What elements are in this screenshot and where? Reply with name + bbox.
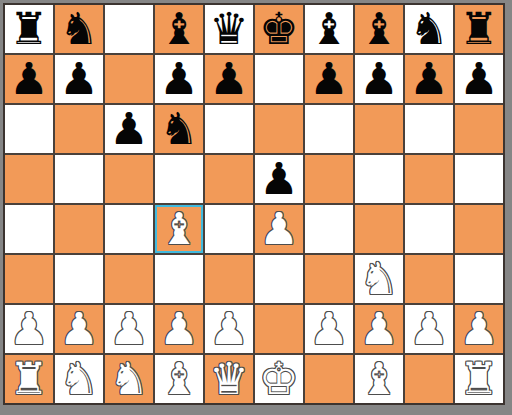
square-g4[interactable] — [305, 205, 353, 253]
square-e3[interactable] — [205, 255, 253, 303]
square-c7[interactable] — [105, 55, 153, 103]
white-pawn-icon: ♟ — [359, 305, 398, 353]
square-e8[interactable]: ♛ — [205, 5, 253, 53]
square-h8[interactable]: ♝ — [355, 5, 403, 53]
square-h4[interactable] — [355, 205, 403, 253]
black-knight-icon: ♞ — [159, 105, 198, 153]
white-bishop-icon: ♝ — [359, 355, 398, 403]
black-pawn-icon: ♟ — [59, 55, 98, 103]
black-pawn-icon: ♟ — [209, 55, 248, 103]
white-king-icon: ♚ — [259, 355, 298, 403]
square-h2[interactable]: ♟ — [355, 305, 403, 353]
square-a6[interactable] — [5, 105, 53, 153]
square-i7[interactable]: ♟ — [405, 55, 453, 103]
square-j2[interactable]: ♟ — [455, 305, 503, 353]
white-knight-icon: ♞ — [59, 355, 98, 403]
white-pawn-icon: ♟ — [9, 305, 48, 353]
black-knight-icon: ♞ — [409, 5, 448, 53]
black-bishop-icon: ♝ — [359, 5, 398, 53]
square-c4[interactable] — [105, 205, 153, 253]
white-pawn-icon: ♟ — [259, 205, 298, 253]
white-pawn-icon: ♟ — [109, 305, 148, 353]
square-j5[interactable] — [455, 155, 503, 203]
square-e2[interactable]: ♟ — [205, 305, 253, 353]
square-j6[interactable] — [455, 105, 503, 153]
square-a3[interactable] — [5, 255, 53, 303]
white-pawn-icon: ♟ — [209, 305, 248, 353]
chess-board: ♜♞♝♛♚♝♝♞♜♟♟♟♟♟♟♟♟♟♞♟♝♟♞♟♟♟♟♟♟♟♟♟♜♞♞♝♛♚♝♜ — [5, 5, 503, 403]
square-b5[interactable] — [55, 155, 103, 203]
square-f3[interactable] — [255, 255, 303, 303]
square-c6[interactable]: ♟ — [105, 105, 153, 153]
square-e5[interactable] — [205, 155, 253, 203]
square-g5[interactable] — [305, 155, 353, 203]
black-rook-icon: ♜ — [9, 5, 48, 53]
square-c2[interactable]: ♟ — [105, 305, 153, 353]
square-a2[interactable]: ♟ — [5, 305, 53, 353]
square-g2[interactable]: ♟ — [305, 305, 353, 353]
square-c5[interactable] — [105, 155, 153, 203]
square-a7[interactable]: ♟ — [5, 55, 53, 103]
black-pawn-icon: ♟ — [109, 105, 148, 153]
black-queen-icon: ♛ — [209, 5, 248, 53]
square-i4[interactable] — [405, 205, 453, 253]
square-b4[interactable] — [55, 205, 103, 253]
black-pawn-icon: ♟ — [459, 55, 498, 103]
white-pawn-icon: ♟ — [409, 305, 448, 353]
square-j8[interactable]: ♜ — [455, 5, 503, 53]
square-e7[interactable]: ♟ — [205, 55, 253, 103]
black-pawn-icon: ♟ — [259, 155, 298, 203]
square-j4[interactable] — [455, 205, 503, 253]
square-a8[interactable]: ♜ — [5, 5, 53, 53]
square-d8[interactable]: ♝ — [155, 5, 203, 53]
black-pawn-icon: ♟ — [9, 55, 48, 103]
white-queen-icon: ♛ — [209, 355, 248, 403]
black-pawn-icon: ♟ — [359, 55, 398, 103]
square-g7[interactable]: ♟ — [305, 55, 353, 103]
black-king-icon: ♚ — [259, 5, 298, 53]
square-d2[interactable]: ♟ — [155, 305, 203, 353]
square-g6[interactable] — [305, 105, 353, 153]
black-rook-icon: ♜ — [459, 5, 498, 53]
square-e4[interactable] — [205, 205, 253, 253]
white-pawn-icon: ♟ — [59, 305, 98, 353]
square-g1[interactable] — [305, 355, 353, 403]
square-a1[interactable]: ♜ — [5, 355, 53, 403]
black-knight-icon: ♞ — [59, 5, 98, 53]
square-g3[interactable] — [305, 255, 353, 303]
white-bishop-icon: ♝ — [159, 205, 198, 253]
square-f2[interactable] — [255, 305, 303, 353]
square-i5[interactable] — [405, 155, 453, 203]
square-e1[interactable]: ♛ — [205, 355, 253, 403]
square-h3[interactable]: ♞ — [355, 255, 403, 303]
square-b2[interactable]: ♟ — [55, 305, 103, 353]
square-b6[interactable] — [55, 105, 103, 153]
square-a4[interactable] — [5, 205, 53, 253]
square-g8[interactable]: ♝ — [305, 5, 353, 53]
square-h6[interactable] — [355, 105, 403, 153]
white-knight-icon: ♞ — [359, 255, 398, 303]
black-pawn-icon: ♟ — [159, 55, 198, 103]
square-f5[interactable]: ♟ — [255, 155, 303, 203]
black-bishop-icon: ♝ — [159, 5, 198, 53]
square-a5[interactable] — [5, 155, 53, 203]
square-b8[interactable]: ♞ — [55, 5, 103, 53]
square-j7[interactable]: ♟ — [455, 55, 503, 103]
white-pawn-icon: ♟ — [159, 305, 198, 353]
chess-board-frame: ♜♞♝♛♚♝♝♞♜♟♟♟♟♟♟♟♟♟♞♟♝♟♞♟♟♟♟♟♟♟♟♟♜♞♞♝♛♚♝♜ — [3, 3, 505, 405]
square-b3[interactable] — [55, 255, 103, 303]
square-i3[interactable] — [405, 255, 453, 303]
black-pawn-icon: ♟ — [409, 55, 448, 103]
square-f1[interactable]: ♚ — [255, 355, 303, 403]
square-i8[interactable]: ♞ — [405, 5, 453, 53]
square-h1[interactable]: ♝ — [355, 355, 403, 403]
square-c3[interactable] — [105, 255, 153, 303]
square-i2[interactable]: ♟ — [405, 305, 453, 353]
square-c8[interactable] — [105, 5, 153, 53]
white-bishop-icon: ♝ — [159, 355, 198, 403]
square-d4[interactable]: ♝ — [155, 205, 203, 253]
square-b1[interactable]: ♞ — [55, 355, 103, 403]
square-f7[interactable] — [255, 55, 303, 103]
square-e6[interactable] — [205, 105, 253, 153]
square-h5[interactable] — [355, 155, 403, 203]
square-f4[interactable]: ♟ — [255, 205, 303, 253]
square-d6[interactable]: ♞ — [155, 105, 203, 153]
white-knight-icon: ♞ — [109, 355, 148, 403]
square-i1[interactable] — [405, 355, 453, 403]
square-i6[interactable] — [405, 105, 453, 153]
white-pawn-icon: ♟ — [459, 305, 498, 353]
black-bishop-icon: ♝ — [309, 5, 348, 53]
white-pawn-icon: ♟ — [309, 305, 348, 353]
square-h7[interactable]: ♟ — [355, 55, 403, 103]
white-rook-icon: ♜ — [459, 355, 498, 403]
square-d1[interactable]: ♝ — [155, 355, 203, 403]
square-d3[interactable] — [155, 255, 203, 303]
square-j1[interactable]: ♜ — [455, 355, 503, 403]
square-d7[interactable]: ♟ — [155, 55, 203, 103]
square-j3[interactable] — [455, 255, 503, 303]
square-b7[interactable]: ♟ — [55, 55, 103, 103]
black-pawn-icon: ♟ — [309, 55, 348, 103]
square-f8[interactable]: ♚ — [255, 5, 303, 53]
square-d5[interactable] — [155, 155, 203, 203]
square-c1[interactable]: ♞ — [105, 355, 153, 403]
white-rook-icon: ♜ — [9, 355, 48, 403]
square-f6[interactable] — [255, 105, 303, 153]
